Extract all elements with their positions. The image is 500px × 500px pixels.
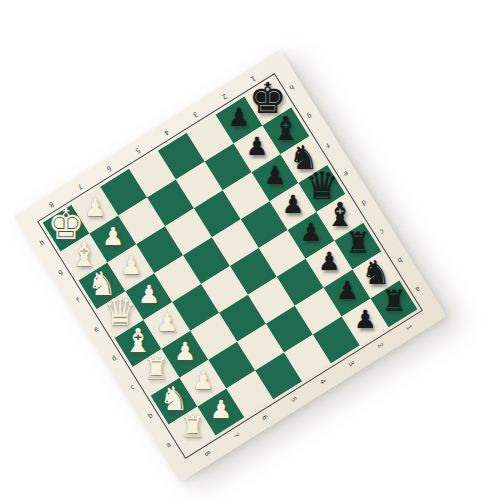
chess-board-mat: ♚♟♟♚♝♟♟♝♞♟♟♞♛♟♟♛♝♟♟♝♜♟♟♜♞♟♟♞♜♟♟♜ 88hh77g…	[14, 50, 447, 483]
coord-label-left-a: a	[160, 437, 177, 454]
coord-label-left-d: d	[106, 350, 123, 367]
coord-label-top-7: 7	[72, 178, 89, 195]
coord-label-bottom-6: 6	[256, 409, 273, 426]
coord-label-bottom-8: 8	[199, 445, 216, 462]
coord-label-left-h: h	[34, 235, 51, 252]
coord-label-top-8: 8	[43, 196, 60, 213]
product-photo-scene: ♚♟♟♚♝♟♟♝♞♟♟♞♛♟♟♛♝♟♟♝♜♟♟♜♞♟♟♞♜♟♟♜ 88hh77g…	[0, 0, 500, 500]
coord-label-bottom-5: 5	[285, 391, 302, 408]
coord-label-left-e: e	[88, 321, 105, 338]
coord-label-top-5: 5	[129, 142, 146, 159]
coord-label-left-f: f	[70, 292, 87, 309]
coord-label-top-4: 4	[158, 124, 175, 141]
coord-label-right-g: g	[301, 108, 318, 125]
coord-label-bottom-7: 7	[228, 427, 245, 444]
coord-label-right-c: c	[373, 223, 390, 240]
coord-label-bottom-3: 3	[343, 355, 360, 372]
coord-label-left-b: b	[142, 408, 159, 425]
coord-label-top-1: 1	[245, 70, 262, 87]
coord-label-right-e: e	[337, 165, 354, 182]
coord-label-left-c: c	[124, 379, 141, 396]
coord-label-right-h: h	[283, 79, 300, 96]
coord-label-top-6: 6	[101, 160, 118, 177]
chess-board: ♚♟♟♚♝♟♟♝♞♟♟♞♛♟♟♛♝♟♟♝♜♟♟♜♞♟♟♞♜♟♟♜	[43, 79, 418, 454]
coord-label-right-b: b	[391, 252, 408, 269]
coord-label-bottom-1: 1	[401, 319, 418, 336]
coord-label-bottom-4: 4	[314, 373, 331, 390]
coord-label-top-3: 3	[187, 106, 204, 123]
piece-black-king: ♚	[251, 82, 285, 116]
coord-label-right-d: d	[355, 194, 372, 211]
coord-label-right-a: a	[409, 281, 426, 298]
coord-label-right-f: f	[319, 137, 336, 154]
coord-label-left-g: g	[52, 264, 69, 281]
coord-label-top-2: 2	[216, 88, 233, 105]
coord-label-bottom-2: 2	[372, 337, 389, 354]
